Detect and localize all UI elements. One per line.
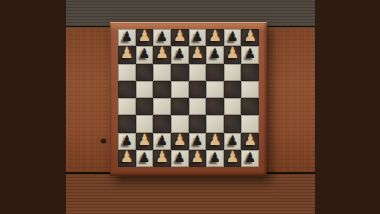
letterbox-bar-left [0,0,66,214]
square-a4 [118,98,136,115]
gold-piece: ♟ [226,150,239,165]
square-h6 [241,64,259,81]
square-d5 [171,81,189,98]
square-f2: ♟ [206,133,224,150]
square-f1: ♟ [206,150,224,167]
black-piece: ♟ [209,151,221,164]
black-piece: ♟ [191,30,203,43]
black-piece: ♟ [174,47,186,60]
gold-piece: ♟ [173,29,186,44]
square-a3 [118,115,136,132]
black-piece: ♟ [227,134,239,147]
square-e7: ♟ [189,46,207,63]
black-piece: ♟ [227,30,239,43]
black-piece: ♟ [209,47,221,60]
letterbox-bar-right [315,0,380,214]
square-h8: ♟ [241,29,259,46]
square-e4 [189,98,207,115]
square-c6 [153,64,171,81]
gold-piece: ♟ [191,150,204,165]
table-photo: ♟♟♟♟♟♟♟♟♟♟♟♟♟♟♟♟♟♟♟♟♟♟♟♟♟♟♟♟♟♟♟♟ [66,0,315,214]
square-b2: ♟ [136,133,154,150]
square-f7: ♟ [206,46,224,63]
square-h2: ♟ [241,133,259,150]
square-g6 [224,64,242,81]
square-c5 [153,81,171,98]
square-a6 [118,64,136,81]
square-g5 [224,81,242,98]
square-d7: ♟ [171,46,189,63]
square-h1: ♟ [241,150,259,167]
square-d4 [171,98,189,115]
square-e3 [189,115,207,132]
black-piece: ♟ [244,151,256,164]
black-piece: ♟ [121,30,133,43]
square-a5 [118,81,136,98]
square-b7: ♟ [136,46,154,63]
photo-canvas: ♟♟♟♟♟♟♟♟♟♟♟♟♟♟♟♟♟♟♟♟♟♟♟♟♟♟♟♟♟♟♟♟ [0,0,380,214]
black-piece: ♟ [139,47,151,60]
black-piece: ♟ [191,134,203,147]
black-piece: ♟ [244,47,256,60]
square-c7: ♟ [153,46,171,63]
gold-piece: ♟ [138,29,151,44]
black-piece: ♟ [156,30,168,43]
square-b6 [136,64,154,81]
gold-piece: ♟ [138,133,151,148]
square-f6 [206,64,224,81]
square-g4 [224,98,242,115]
square-g3 [224,115,242,132]
square-b1: ♟ [136,150,154,167]
wood-plank-bottom [66,174,315,214]
gold-piece: ♟ [208,29,221,44]
square-d6 [171,64,189,81]
gold-piece: ♟ [243,133,256,148]
square-f5 [206,81,224,98]
square-g7: ♟ [224,46,242,63]
black-piece: ♟ [139,151,151,164]
square-c4 [153,98,171,115]
square-h5 [241,81,259,98]
square-g1: ♟ [224,150,242,167]
gold-piece: ♟ [173,133,186,148]
gold-piece: ♟ [155,150,168,165]
gold-piece: ♟ [191,46,204,61]
square-a1: ♟ [118,150,136,167]
gold-piece: ♟ [120,150,133,165]
gold-piece: ♟ [243,29,256,44]
square-c1: ♟ [153,150,171,167]
chessboard-frame: ♟♟♟♟♟♟♟♟♟♟♟♟♟♟♟♟♟♟♟♟♟♟♟♟♟♟♟♟♟♟♟♟ [110,22,267,176]
square-e1: ♟ [189,150,207,167]
gold-piece: ♟ [226,46,239,61]
square-d1: ♟ [171,150,189,167]
square-b4 [136,98,154,115]
wood-knot [100,138,107,144]
square-a7: ♟ [118,46,136,63]
square-h4 [241,98,259,115]
square-f8: ♟ [206,29,224,46]
gold-piece: ♟ [155,46,168,61]
gold-piece: ♟ [208,133,221,148]
square-c3 [153,115,171,132]
square-d8: ♟ [171,29,189,46]
black-piece: ♟ [121,134,133,147]
square-e6 [189,64,207,81]
black-piece: ♟ [156,134,168,147]
square-d2: ♟ [171,133,189,150]
black-piece: ♟ [174,151,186,164]
square-h7: ♟ [241,46,259,63]
square-b8: ♟ [136,29,154,46]
square-e5 [189,81,207,98]
gold-piece: ♟ [120,46,133,61]
board-grid: ♟♟♟♟♟♟♟♟♟♟♟♟♟♟♟♟♟♟♟♟♟♟♟♟♟♟♟♟♟♟♟♟ [118,29,259,167]
square-f4 [206,98,224,115]
square-b5 [136,81,154,98]
